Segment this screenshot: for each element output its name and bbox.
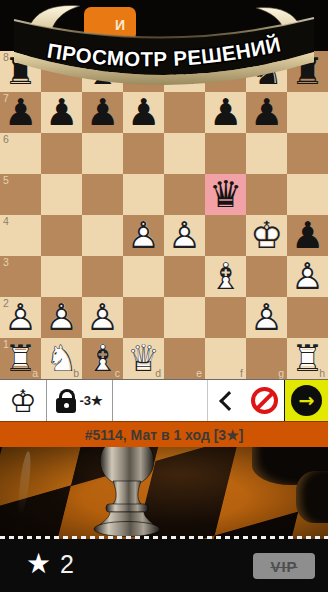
rank-label-7: 7 [3,93,9,104]
puzzle-toolbar: ♔ -3★ → [0,379,328,421]
square-a3[interactable]: 3 [0,256,41,297]
square-a5[interactable]: 5 [0,174,41,215]
rank-label-8: 8 [3,52,9,63]
square-h1[interactable]: h♜♖ [287,338,328,379]
square-d5[interactable] [123,174,164,215]
black-piece-h4: ♟ [287,215,328,256]
square-g3[interactable] [246,256,287,297]
hint-button[interactable]: -3★ [47,380,113,421]
square-e7[interactable] [164,92,205,133]
square-b8[interactable] [41,51,82,92]
file-label-a: a [32,367,38,379]
square-a1[interactable]: 1a♜♖ [0,338,41,379]
black-piece-c7: ♟ [82,92,123,133]
puzzle-status-text: #5114, Мат в 1 ход [3★] [85,427,244,443]
arrow-right-icon: → [299,391,315,410]
file-label-g: g [278,367,284,379]
rank-label-3: 3 [3,257,9,268]
square-f3[interactable]: ♝♗ [205,256,246,297]
square-d7[interactable]: ♟ [123,92,164,133]
square-h4[interactable]: ♟ [287,215,328,256]
square-f1[interactable]: f [205,338,246,379]
square-g6[interactable] [246,133,287,174]
photo-piece-silhouette-right [296,471,328,523]
square-g1[interactable]: g [246,338,287,379]
white-piece-g4: ♚♔ [246,215,287,256]
arrow-circle: → [291,385,322,416]
star-icon: ★ [26,549,51,579]
rank-label-6: 6 [3,134,9,145]
square-e5[interactable] [164,174,205,215]
rank-label-5: 5 [3,175,9,186]
black-piece-h8: ♜ [287,51,328,92]
square-c2[interactable]: ♟♙ [82,297,123,338]
square-f5[interactable]: ♛ [205,174,246,215]
square-g8[interactable]: ♞ [246,51,287,92]
white-piece-h3: ♟♙ [287,256,328,297]
square-a6[interactable]: 6 [0,133,41,174]
hint-cost-label: -3★ [79,393,102,408]
app-screen: 8♜♝♚♞♜7♟♟♟♟♟♟65♛4♟♙♟♙♚♔♟3♝♗♟♙2♟♙♟♙♟♙♟♙1a… [0,0,328,592]
square-g7[interactable]: ♟ [246,92,287,133]
square-d3[interactable] [123,256,164,297]
next-puzzle-button[interactable]: → [284,380,328,421]
square-g4[interactable]: ♚♔ [246,215,287,256]
square-b5[interactable] [41,174,82,215]
white-king-button[interactable]: ♔ [0,380,47,421]
black-piece-d7: ♟ [123,92,164,133]
square-b4[interactable] [41,215,82,256]
square-f8[interactable] [205,51,246,92]
black-piece-e8: ♚ [164,51,205,92]
photo-metal-pawn [82,447,172,539]
square-b7[interactable]: ♟ [41,92,82,133]
square-b2[interactable]: ♟♙ [41,297,82,338]
puzzle-status-bar: #5114, Мат в 1 ход [3★] [0,421,328,447]
square-c6[interactable] [82,133,123,174]
square-c5[interactable] [82,174,123,215]
square-c7[interactable]: ♟ [82,92,123,133]
black-piece-b7: ♟ [41,92,82,133]
white-piece-d4: ♟♙ [123,215,164,256]
square-c3[interactable] [82,256,123,297]
square-e2[interactable] [164,297,205,338]
back-button[interactable] [208,380,244,421]
rank-label-1: 1 [3,339,9,350]
square-d2[interactable] [123,297,164,338]
square-a2[interactable]: 2♟♙ [0,297,41,338]
chevron-left-icon [219,391,239,411]
square-g2[interactable]: ♟♙ [246,297,287,338]
rank-label-2: 2 [3,298,9,309]
square-d8[interactable] [123,51,164,92]
black-piece-f7: ♟ [205,92,246,133]
square-d4[interactable]: ♟♙ [123,215,164,256]
move-list-area [113,380,208,421]
black-piece-g8: ♞ [246,51,287,92]
chess-board[interactable]: 8♜♝♚♞♜7♟♟♟♟♟♟65♛4♟♙♟♙♚♔♟3♝♗♟♙2♟♙♟♙♟♙♟♙1a… [0,51,328,379]
square-b3[interactable] [41,256,82,297]
promo-banner-image[interactable] [0,447,328,539]
square-a4[interactable]: 4 [0,215,41,256]
square-h8[interactable]: ♜ [287,51,328,92]
square-d6[interactable] [123,133,164,174]
vip-label: VIP [270,558,297,575]
top-background [0,0,328,51]
square-c8[interactable]: ♝ [82,51,123,92]
white-piece-g2: ♟♙ [246,297,287,338]
square-e4[interactable]: ♟♙ [164,215,205,256]
square-f4[interactable] [205,215,246,256]
square-e1[interactable]: e [164,338,205,379]
square-d1[interactable]: d♛♕ [123,338,164,379]
footer-bar: ★ 2 VIP [0,539,328,592]
file-label-h: h [319,367,325,379]
file-label-b: b [73,367,79,379]
black-piece-g7: ♟ [246,92,287,133]
black-piece-c8: ♝ [82,51,123,92]
white-piece-c2: ♟♙ [82,297,123,338]
file-label-e: e [196,367,202,379]
square-e8[interactable]: ♚ [164,51,205,92]
square-c4[interactable] [82,215,123,256]
square-f2[interactable] [205,297,246,338]
square-e3[interactable] [164,256,205,297]
square-g5[interactable] [246,174,287,215]
square-h5[interactable] [287,174,328,215]
prohibition-icon [251,387,278,414]
vip-button[interactable]: VIP [253,553,315,579]
square-f6[interactable] [205,133,246,174]
lock-icon [56,398,76,413]
square-a7[interactable]: 7♟ [0,92,41,133]
rank-label-4: 4 [3,216,9,227]
white-king-icon: ♔ [9,381,37,421]
file-label-f: f [240,367,243,379]
square-b1[interactable]: b♞♘ [41,338,82,379]
square-b6[interactable] [41,133,82,174]
square-h6[interactable] [287,133,328,174]
square-h7[interactable] [287,92,328,133]
white-piece-f3: ♝♗ [205,256,246,297]
black-piece-f5: ♛ [205,174,246,215]
square-c1[interactable]: c♝♗ [82,338,123,379]
cancel-button[interactable] [244,380,284,421]
file-label-c: c [115,367,120,379]
stars-count-value: 2 [60,549,74,579]
square-h2[interactable] [287,297,328,338]
stars-counter: ★ 2 [26,549,74,579]
file-label-d: d [155,367,161,379]
square-e6[interactable] [164,133,205,174]
white-piece-e4: ♟♙ [164,215,205,256]
square-a8[interactable]: 8♜ [0,51,41,92]
square-h3[interactable]: ♟♙ [287,256,328,297]
square-f7[interactable]: ♟ [205,92,246,133]
white-piece-b2: ♟♙ [41,297,82,338]
